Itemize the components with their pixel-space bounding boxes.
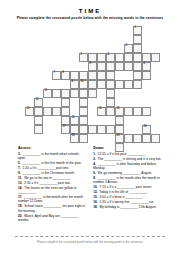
empty-space: [88, 98, 97, 107]
empty-space: [52, 134, 61, 143]
crossword-cell[interactable]: 13: [25, 107, 34, 116]
empty-space: [151, 35, 160, 44]
empty-space: [106, 44, 115, 53]
empty-space: [106, 35, 115, 44]
crossword-cell[interactable]: [106, 89, 115, 98]
empty-space: [43, 80, 52, 89]
empty-space: [61, 35, 70, 44]
clue-number: 13: [27, 108, 30, 111]
empty-space: [124, 125, 133, 134]
empty-space: [106, 134, 115, 143]
crossword-cell[interactable]: 10: [79, 80, 88, 89]
down-clue: 6. We go swimming __________ August.: [93, 171, 168, 175]
empty-space: [142, 35, 151, 44]
down-clue: 2. The __________ is shining and it is v…: [93, 157, 168, 161]
crossword-cell[interactable]: [88, 80, 97, 89]
across-clue: 19. School starts __________ ten past ei…: [18, 204, 87, 213]
clue-number: 1: [135, 27, 136, 30]
crossword-cell[interactable]: [142, 53, 151, 62]
empty-space: [124, 71, 133, 80]
empty-space: [151, 26, 160, 35]
empty-space: [34, 26, 43, 35]
worksheet-page: TIME Please complete the crossword puzzl…: [0, 0, 180, 255]
empty-space: [34, 35, 43, 44]
clue-number: 18: [144, 126, 147, 129]
clue-number: 15: [117, 108, 120, 111]
empty-space: [133, 98, 142, 107]
empty-space: [124, 35, 133, 44]
crossword-cell[interactable]: [97, 125, 106, 134]
down-heading: Down:: [93, 146, 168, 151]
crossword-cell[interactable]: 6: [142, 62, 151, 71]
empty-space: [34, 80, 43, 89]
empty-space: [115, 89, 124, 98]
empty-space: [25, 71, 34, 80]
clue-text: 1:20 = It's __________ past one.: [22, 166, 70, 170]
empty-space: [43, 116, 52, 125]
empty-space: [70, 35, 79, 44]
clue-list-number: 11.: [18, 176, 22, 180]
crossword-cell[interactable]: [88, 53, 97, 62]
crossword-cell[interactable]: 9: [70, 80, 79, 89]
empty-space: [25, 53, 34, 62]
empty-space: [25, 125, 34, 134]
empty-space: [133, 116, 142, 125]
empty-space: [70, 98, 79, 107]
clue-list-number: 7.: [18, 166, 21, 170]
empty-space: [34, 134, 43, 143]
empty-space: [70, 26, 79, 35]
across-list: 3. __________ is the month when schools …: [18, 152, 87, 222]
empty-space: [97, 98, 106, 107]
empty-space: [43, 26, 52, 35]
empty-space: [52, 125, 61, 134]
clue-list-number: 6.: [93, 171, 96, 175]
clue-list-number: 9.: [18, 171, 21, 175]
crossword-cell[interactable]: 12: [34, 98, 43, 107]
footer-note: Please complete the crossword puzzle bel…: [15, 236, 165, 244]
crossword-cell[interactable]: [106, 107, 115, 116]
across-clue: 14. The leaves on the trees are yellow i…: [18, 186, 87, 195]
across-clues: Across: 3. __________ is the month when …: [18, 146, 87, 223]
empty-space: [52, 80, 61, 89]
empty-space: [151, 44, 160, 53]
crossword-cell[interactable]: [43, 107, 52, 116]
empty-space: [142, 80, 151, 89]
across-clue: 5. __________ is the first month of the …: [18, 161, 87, 165]
empty-space: [88, 26, 97, 35]
crossword-cell[interactable]: [79, 71, 88, 80]
crossword-cell[interactable]: [34, 107, 43, 116]
clue-text: 5:35 = It's twenty five __________ six.: [99, 200, 154, 204]
clue-text: 2:30 = It's __________ past two.: [23, 181, 70, 185]
down-clue: 15. 3:00 = It's three o'__________.: [93, 195, 168, 199]
empty-space: [43, 44, 52, 53]
empty-space: [52, 116, 61, 125]
crossword-cell[interactable]: 19: [70, 134, 79, 143]
crossword-cell[interactable]: [115, 125, 124, 134]
empty-space: [88, 134, 97, 143]
clue-text: 7:15 = It's a __________ past seven.: [99, 185, 152, 189]
instruction-text: Please complete the crossword puzzle bel…: [0, 16, 180, 20]
clue-list-number: 5.: [18, 161, 21, 165]
clue-text: We go swimming __________ August.: [97, 171, 152, 175]
empty-space: [151, 116, 160, 125]
empty-space: [97, 89, 106, 98]
empty-space: [115, 26, 124, 35]
crossword-cell[interactable]: 3: [79, 53, 88, 62]
empty-space: [115, 71, 124, 80]
empty-space: [43, 125, 52, 134]
empty-space: [34, 89, 43, 98]
crossword-cell[interactable]: [79, 89, 88, 98]
empty-space: [151, 89, 160, 98]
across-clue: 7. 1:20 = It's __________ past one.: [18, 166, 87, 170]
empty-space: [61, 53, 70, 62]
empty-space: [70, 53, 79, 62]
crossword-cell[interactable]: [61, 116, 70, 125]
clue-text: __________ is the month after the month …: [18, 195, 83, 203]
empty-space: [106, 26, 115, 35]
clue-text: My birthday is __________ 15th August.: [99, 205, 157, 209]
crossword-cell[interactable]: [61, 89, 70, 98]
empty-space: [25, 89, 34, 98]
crossword-cell[interactable]: [133, 53, 142, 62]
crossword-cell[interactable]: [70, 71, 79, 80]
across-clue: 13. 2:30 = It's __________ past two.: [18, 181, 87, 185]
clue-number: 6: [144, 63, 145, 66]
empty-space: [124, 116, 133, 125]
clue-list-number: 15.: [93, 195, 97, 199]
crossword-cell[interactable]: 8: [61, 71, 70, 80]
crossword-cell[interactable]: [124, 80, 133, 89]
clue-number: 4: [108, 54, 109, 57]
page-title: TIME: [0, 8, 180, 14]
crossword-cell[interactable]: [124, 62, 133, 71]
empty-space: [61, 26, 70, 35]
empty-space: [106, 116, 115, 125]
empty-space: [151, 125, 160, 134]
empty-space: [52, 62, 61, 71]
crossword-cell[interactable]: [88, 71, 97, 80]
across-clue: 17. __________ is the month after the mo…: [18, 195, 87, 204]
empty-space: [25, 80, 34, 89]
crossword-cell[interactable]: 14: [97, 107, 106, 116]
empty-space: [70, 107, 79, 116]
empty-space: [34, 44, 43, 53]
empty-space: [88, 35, 97, 44]
empty-space: [115, 98, 124, 107]
empty-space: [61, 62, 70, 71]
clue-list-number: 13.: [18, 181, 22, 185]
empty-space: [25, 116, 34, 125]
crossword-cell[interactable]: [124, 53, 133, 62]
crossword-cell[interactable]: [133, 44, 142, 53]
crossword-cell[interactable]: [79, 107, 88, 116]
clue-number: 5: [90, 63, 91, 66]
empty-space: [43, 53, 52, 62]
empty-space: [151, 80, 160, 89]
crossword-cell[interactable]: [61, 107, 70, 116]
crossword-cell[interactable]: [142, 134, 151, 143]
empty-space: [34, 71, 43, 80]
across-heading: Across:: [18, 146, 87, 151]
across-clue: 9. __________ is the Christmas month.: [18, 171, 87, 175]
clue-text: School starts __________ ten past eight …: [18, 204, 85, 212]
empty-space: [70, 62, 79, 71]
crossword-cell[interactable]: [133, 80, 142, 89]
down-clue: 10. 7:15 = It's a __________ past seven.: [93, 185, 168, 189]
clue-text: __________ is the month when schools ope…: [18, 152, 79, 160]
clue-number: 14: [99, 108, 102, 111]
empty-space: [133, 89, 142, 98]
empty-space: [142, 98, 151, 107]
crossword-cell[interactable]: [106, 71, 115, 80]
empty-space: [142, 44, 151, 53]
clue-text: 12:05 = It's five past __________.: [97, 152, 146, 156]
crossword-grid: 1234567891011121314151617181920: [25, 26, 160, 152]
clue-text: We go to the sea in __________.: [23, 176, 71, 180]
empty-space: [142, 26, 151, 35]
crossword-cell[interactable]: [79, 134, 88, 143]
empty-space: [97, 44, 106, 53]
crossword-cell[interactable]: [61, 98, 70, 107]
clue-list-number: 10.: [93, 185, 97, 189]
empty-space: [25, 98, 34, 107]
empty-space: [25, 134, 34, 143]
down-clue: 1. 12:05 = It's five past __________.: [93, 152, 168, 156]
crossword-cell[interactable]: [97, 71, 106, 80]
down-clues: Down: 1. 12:05 = It's five past ________…: [93, 146, 168, 223]
crossword-cell[interactable]: 18: [142, 125, 151, 134]
crossword-cell[interactable]: [142, 107, 151, 116]
empty-space: [61, 134, 70, 143]
crossword-cell[interactable]: 20: [115, 134, 124, 143]
clue-list-number: 2.: [93, 157, 96, 161]
down-list: 1. 12:05 = It's five past __________.2. …: [93, 152, 168, 209]
empty-space: [133, 125, 142, 134]
crossword-cell[interactable]: [106, 98, 115, 107]
clue-number: 20: [117, 135, 120, 138]
empty-space: [151, 98, 160, 107]
crossword-cell[interactable]: 17: [61, 125, 70, 134]
clue-number: 3: [81, 54, 82, 57]
down-clue: 18. My birthday is __________ 15th Augus…: [93, 205, 168, 209]
clue-number: 12: [36, 99, 39, 102]
clue-list-number: 1.: [93, 152, 96, 156]
empty-space: [151, 107, 160, 116]
clue-text: Today it is the 4th of __________.: [99, 190, 148, 194]
crossword-cell[interactable]: [133, 35, 142, 44]
crossword-cell[interactable]: [97, 62, 106, 71]
crossword-cell[interactable]: 7: [52, 71, 61, 80]
down-clue: 8. __________ is the month after the mon…: [93, 176, 168, 185]
empty-space: [142, 89, 151, 98]
crossword-cell[interactable]: [79, 116, 88, 125]
empty-space: [79, 44, 88, 53]
empty-space: [25, 35, 34, 44]
crossword-cell[interactable]: [124, 134, 133, 143]
empty-space: [97, 116, 106, 125]
empty-space: [79, 35, 88, 44]
crossword-cell[interactable]: [142, 71, 151, 80]
empty-space: [43, 62, 52, 71]
crossword-cell[interactable]: [34, 116, 43, 125]
empty-space: [88, 107, 97, 116]
empty-space: [124, 26, 133, 35]
empty-space: [43, 71, 52, 80]
crossword-cell[interactable]: [106, 80, 115, 89]
empty-space: [61, 80, 70, 89]
clue-lists: Across: 3. __________ is the month when …: [18, 146, 168, 223]
empty-space: [52, 44, 61, 53]
empty-space: [97, 26, 106, 35]
across-clue: 20. March, April and May are __________ …: [18, 214, 87, 223]
clue-list-number: 16.: [93, 200, 97, 204]
empty-space: [124, 98, 133, 107]
crossword-cell[interactable]: [97, 80, 106, 89]
crossword-cell[interactable]: [79, 98, 88, 107]
crossword-cell[interactable]: 1: [133, 26, 142, 35]
crossword-cell[interactable]: 15: [115, 107, 124, 116]
clue-number: 9: [72, 81, 73, 84]
crossword-cell[interactable]: [115, 53, 124, 62]
empty-space: [79, 62, 88, 71]
clue-text: 3:00 = It's three o'__________.: [99, 195, 144, 199]
crossword-cell[interactable]: 5: [88, 62, 97, 71]
down-clue: 12. Today it is the 4th of __________.: [93, 190, 168, 194]
clue-number: 16: [72, 117, 75, 120]
crossword-cell[interactable]: 4: [106, 53, 115, 62]
clue-number: 19: [72, 135, 75, 138]
crossword-cell[interactable]: [34, 125, 43, 134]
clue-text: The leaves on the trees are yellow in __…: [18, 186, 77, 194]
clue-text: __________ is after Saturday and before …: [93, 162, 156, 170]
clue-number: 7: [54, 72, 55, 75]
crossword-cell[interactable]: [115, 116, 124, 125]
empty-space: [43, 35, 52, 44]
empty-space: [151, 62, 160, 71]
crossword-cell[interactable]: [97, 53, 106, 62]
empty-space: [52, 53, 61, 62]
empty-space: [25, 26, 34, 35]
crossword-cell[interactable]: [52, 89, 61, 98]
empty-space: [43, 134, 52, 143]
empty-space: [97, 35, 106, 44]
crossword-cell[interactable]: 11: [43, 89, 52, 98]
clue-text: March, April and May are __________ mont…: [18, 214, 79, 222]
empty-space: [34, 53, 43, 62]
crossword-cell[interactable]: [70, 125, 79, 134]
crossword-cell[interactable]: [52, 107, 61, 116]
empty-space: [97, 134, 106, 143]
empty-space: [88, 44, 97, 53]
crossword-cell[interactable]: [115, 62, 124, 71]
crossword-cell[interactable]: 2: [124, 44, 133, 53]
empty-space: [25, 62, 34, 71]
empty-space: [52, 98, 61, 107]
empty-space: [124, 89, 133, 98]
down-clue: 16. 5:35 = It's twenty five __________ s…: [93, 200, 168, 204]
empty-space: [142, 116, 151, 125]
clue-list-number: 12.: [93, 190, 97, 194]
clue-list-number: 18.: [93, 205, 97, 209]
clue-number: 2: [126, 45, 127, 48]
empty-space: [52, 35, 61, 44]
empty-space: [115, 35, 124, 44]
crossword-cell[interactable]: [88, 125, 97, 134]
empty-space: [25, 44, 34, 53]
across-clue: 3. __________ is the month when schools …: [18, 152, 87, 161]
across-clue: 11. We go to the sea in __________.: [18, 176, 87, 180]
clue-number: 10: [81, 81, 84, 84]
down-clue: 4. __________ is after Saturday and befo…: [93, 162, 168, 171]
crossword-cell[interactable]: [133, 62, 142, 71]
clue-text: The __________ is shining and it is very…: [97, 157, 162, 161]
empty-space: [151, 71, 160, 80]
crossword-cell[interactable]: [115, 80, 124, 89]
crossword-cell[interactable]: [70, 89, 79, 98]
crossword-cell[interactable]: [151, 53, 160, 62]
crossword-cell[interactable]: [106, 125, 115, 134]
clue-number: 8: [63, 72, 64, 75]
empty-space: [70, 44, 79, 53]
clue-text: __________ is the first month of the yea…: [22, 161, 82, 165]
crossword-cell[interactable]: [79, 125, 88, 134]
clue-text: __________ is the month after the month …: [93, 176, 160, 184]
empty-space: [34, 62, 43, 71]
crossword-cell[interactable]: [133, 71, 142, 80]
empty-space: [88, 116, 97, 125]
crossword-cell[interactable]: [151, 134, 160, 143]
empty-space: [43, 98, 52, 107]
clue-number: 17: [63, 126, 66, 129]
clue-text: __________ is the Christmas month.: [22, 171, 75, 175]
crossword-cell[interactable]: [106, 62, 115, 71]
crossword-cell[interactable]: [124, 107, 133, 116]
crossword-cell[interactable]: 16: [70, 116, 79, 125]
crossword-cell[interactable]: [88, 89, 97, 98]
empty-space: [79, 26, 88, 35]
empty-space: [61, 44, 70, 53]
empty-space: [115, 44, 124, 53]
crossword-cell[interactable]: [133, 134, 142, 143]
empty-space: [52, 26, 61, 35]
crossword-cell[interactable]: [133, 107, 142, 116]
clue-number: 11: [45, 90, 48, 93]
